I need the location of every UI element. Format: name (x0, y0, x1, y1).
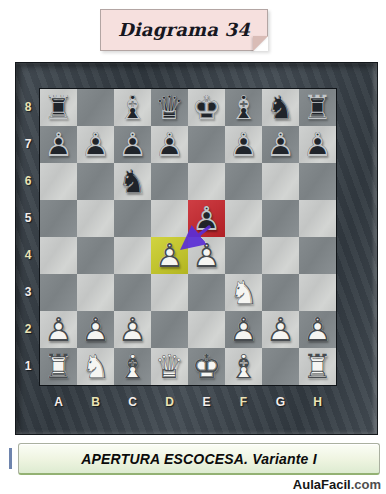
rank-label-3: 3 (16, 274, 40, 311)
rank-labels: 87654321 (16, 89, 40, 385)
square-a6 (40, 163, 77, 200)
piece-white-king: ♚♔ (188, 348, 225, 385)
square-g3 (262, 274, 299, 311)
piece-black-knight: ♞♘ (114, 163, 151, 200)
rank-label-8: 8 (16, 89, 40, 126)
piece-black-king: ♚♔ (188, 89, 225, 126)
square-h8: ♜♖ (299, 89, 336, 126)
square-f4 (225, 237, 262, 274)
square-a7: ♟♙ (40, 126, 77, 163)
square-b7: ♟♙ (77, 126, 114, 163)
square-f3: ♞♘ (225, 274, 262, 311)
piece-black-bishop: ♝♗ (225, 89, 262, 126)
square-g1 (262, 348, 299, 385)
piece-black-rook: ♜♖ (299, 89, 336, 126)
square-b4 (77, 237, 114, 274)
square-h2: ♟♙ (299, 311, 336, 348)
piece-black-queen: ♛♕ (151, 89, 188, 126)
piece-white-pawn: ♟♙ (262, 311, 299, 348)
square-d3 (151, 274, 188, 311)
square-b8 (77, 89, 114, 126)
square-g5 (262, 200, 299, 237)
square-g6 (262, 163, 299, 200)
piece-black-pawn: ♟♙ (77, 126, 114, 163)
file-label-B: B (77, 393, 114, 411)
piece-black-knight: ♞♘ (262, 89, 299, 126)
square-c2: ♟♙ (114, 311, 151, 348)
rank-label-2: 2 (16, 311, 40, 348)
square-g4 (262, 237, 299, 274)
note-fold-icon (253, 36, 268, 51)
square-f5 (225, 200, 262, 237)
piece-white-bishop: ♝♗ (225, 348, 262, 385)
square-h1: ♜♖ (299, 348, 336, 385)
square-c6: ♞♘ (114, 163, 151, 200)
square-e4: ♟♙ (188, 237, 225, 274)
list-marker (9, 448, 12, 469)
square-e5: ♟♙ (188, 200, 225, 237)
piece-white-pawn: ♟♙ (77, 311, 114, 348)
watermark-name: AulaFacil (293, 477, 351, 492)
rank-label-4: 4 (16, 237, 40, 274)
square-h6 (299, 163, 336, 200)
file-label-F: F (225, 393, 262, 411)
square-d1: ♛♕ (151, 348, 188, 385)
piece-white-bishop: ♝♗ (114, 348, 151, 385)
square-f1: ♝♗ (225, 348, 262, 385)
square-f6 (225, 163, 262, 200)
file-label-H: H (299, 393, 336, 411)
square-h5 (299, 200, 336, 237)
square-e1: ♚♔ (188, 348, 225, 385)
piece-white-rook: ♜♖ (299, 348, 336, 385)
piece-black-pawn: ♟♙ (225, 126, 262, 163)
piece-white-pawn: ♟♙ (225, 311, 262, 348)
square-c7: ♟♙ (114, 126, 151, 163)
piece-black-pawn: ♟♙ (188, 200, 225, 237)
diagram-title: Diagrama 34 (118, 19, 250, 42)
square-h4 (299, 237, 336, 274)
chessboard: ♜♖♝♗♛♕♚♔♝♗♞♘♜♖♟♙♟♙♟♙♟♙♟♙♟♙♟♙♞♘♟♙♟♙♟♙♞♘♟♙… (40, 89, 336, 385)
square-d8: ♛♕ (151, 89, 188, 126)
file-label-C: C (114, 393, 151, 411)
rank-label-6: 6 (16, 163, 40, 200)
square-f2: ♟♙ (225, 311, 262, 348)
chessboard-frame: 87654321 ♜♖♝♗♛♕♚♔♝♗♞♘♜♖♟♙♟♙♟♙♟♙♟♙♟♙♟♙♞♘♟… (15, 62, 378, 435)
square-f7: ♟♙ (225, 126, 262, 163)
square-a4 (40, 237, 77, 274)
square-g8: ♞♘ (262, 89, 299, 126)
file-label-A: A (40, 393, 77, 411)
square-c3 (114, 274, 151, 311)
rank-label-1: 1 (16, 348, 40, 385)
square-b3 (77, 274, 114, 311)
piece-black-bishop: ♝♗ (114, 89, 151, 126)
square-c5 (114, 200, 151, 237)
piece-white-queen: ♛♕ (151, 348, 188, 385)
file-label-D: D (151, 393, 188, 411)
square-g7: ♟♙ (262, 126, 299, 163)
caption-bar: APERTURA ESCOCESA. Variante I (18, 443, 380, 475)
square-b6 (77, 163, 114, 200)
piece-black-pawn: ♟♙ (114, 126, 151, 163)
piece-white-knight: ♞♘ (225, 274, 262, 311)
piece-white-pawn: ♟♙ (151, 237, 188, 274)
square-a1: ♜♖ (40, 348, 77, 385)
piece-black-pawn: ♟♙ (151, 126, 188, 163)
square-c1: ♝♗ (114, 348, 151, 385)
caption-text: APERTURA ESCOCESA. Variante I (81, 451, 317, 467)
square-e8: ♚♔ (188, 89, 225, 126)
square-a3 (40, 274, 77, 311)
piece-white-pawn: ♟♙ (299, 311, 336, 348)
piece-black-pawn: ♟♙ (299, 126, 336, 163)
piece-black-rook: ♜♖ (40, 89, 77, 126)
square-c8: ♝♗ (114, 89, 151, 126)
square-b2: ♟♙ (77, 311, 114, 348)
watermark-tld: .com (351, 477, 381, 492)
site-watermark: AulaFacil.com (293, 477, 381, 492)
piece-white-pawn: ♟♙ (114, 311, 151, 348)
square-d5 (151, 200, 188, 237)
square-c4 (114, 237, 151, 274)
square-a8: ♜♖ (40, 89, 77, 126)
piece-white-rook: ♜♖ (40, 348, 77, 385)
file-label-E: E (188, 393, 225, 411)
square-d2 (151, 311, 188, 348)
square-e7 (188, 126, 225, 163)
piece-white-knight: ♞♘ (77, 348, 114, 385)
square-e3 (188, 274, 225, 311)
square-h3 (299, 274, 336, 311)
piece-black-pawn: ♟♙ (262, 126, 299, 163)
piece-white-pawn: ♟♙ (188, 237, 225, 274)
square-g2: ♟♙ (262, 311, 299, 348)
square-b1: ♞♘ (77, 348, 114, 385)
square-e2 (188, 311, 225, 348)
square-a2: ♟♙ (40, 311, 77, 348)
piece-white-pawn: ♟♙ (40, 311, 77, 348)
square-h7: ♟♙ (299, 126, 336, 163)
file-label-G: G (262, 393, 299, 411)
diagram-title-note: Diagrama 34 (100, 9, 268, 51)
rank-label-7: 7 (16, 126, 40, 163)
square-e6 (188, 163, 225, 200)
square-d6 (151, 163, 188, 200)
square-b5 (77, 200, 114, 237)
square-d7: ♟♙ (151, 126, 188, 163)
piece-black-pawn: ♟♙ (40, 126, 77, 163)
square-f8: ♝♗ (225, 89, 262, 126)
square-a5 (40, 200, 77, 237)
rank-label-5: 5 (16, 200, 40, 237)
square-d4: ♟♙ (151, 237, 188, 274)
file-labels: ABCDEFGH (40, 393, 336, 411)
